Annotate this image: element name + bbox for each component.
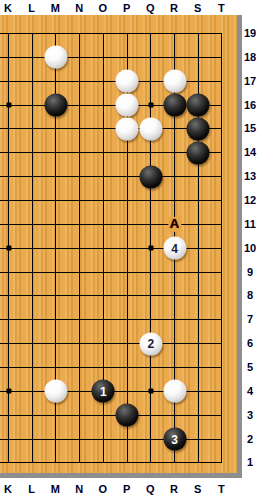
row-label-right-7: 7	[247, 314, 253, 325]
row-label-right-12: 12	[244, 195, 256, 206]
grid-hline-5	[0, 367, 222, 368]
black-stone-O4: 1	[92, 380, 115, 403]
column-label-bottom-K: K	[4, 484, 12, 495]
row-label-right-1: 1	[247, 457, 253, 468]
grid-hline-8	[0, 295, 222, 296]
white-stone-P16	[116, 94, 139, 117]
black-stone-S14	[187, 141, 210, 164]
column-label-bottom-L: L	[28, 484, 35, 495]
black-stone-P3	[116, 404, 139, 427]
star-point-Q10	[148, 246, 153, 251]
column-label-top-O: O	[99, 2, 108, 13]
grid-hline-10	[0, 248, 222, 249]
row-label-right-11: 11	[244, 218, 256, 229]
annotation-A-R11: A	[168, 217, 181, 231]
white-stone-R10: 4	[163, 237, 186, 260]
column-label-top-S: S	[194, 2, 201, 13]
column-label-bottom-Q: Q	[146, 484, 155, 495]
column-label-bottom-T: T	[218, 484, 225, 495]
column-label-top-M: M	[51, 2, 60, 13]
grid-hline-18	[0, 57, 222, 58]
white-stone-R4	[163, 380, 186, 403]
column-label-top-N: N	[75, 2, 83, 13]
row-label-right-4: 4	[247, 385, 253, 396]
column-label-bottom-O: O	[99, 484, 108, 495]
white-stone-M4	[44, 380, 67, 403]
row-label-right-2: 2	[247, 433, 253, 444]
grid-hline-9	[0, 272, 222, 273]
black-stone-Q13	[139, 165, 162, 188]
white-stone-R17	[163, 70, 186, 93]
grid-hline-7	[0, 319, 222, 320]
row-label-right-13: 13	[244, 171, 256, 182]
row-label-right-18: 18	[244, 51, 256, 62]
white-stone-P17	[116, 70, 139, 93]
star-point-K10	[6, 246, 11, 251]
black-stone-S16	[187, 94, 210, 117]
row-label-right-16: 16	[244, 99, 256, 110]
grid-hline-6	[0, 343, 222, 344]
row-label-right-8: 8	[247, 290, 253, 301]
go-board[interactable]: 4213 A	[0, 15, 237, 473]
row-label-right-6: 6	[247, 338, 253, 349]
column-label-top-R: R	[170, 2, 178, 13]
column-label-bottom-S: S	[194, 484, 201, 495]
board-shadow-bottom	[0, 473, 242, 478]
black-stone-S15	[187, 117, 210, 140]
white-stone-Q15	[139, 117, 162, 140]
star-point-K16	[6, 103, 11, 108]
board-shadow-right	[237, 15, 242, 478]
column-label-top-T: T	[218, 2, 225, 13]
row-label-right-9: 9	[247, 266, 253, 277]
go-diagram: KLMNOPQRST 4213 A 1918171615141312111098…	[0, 0, 260, 500]
column-label-bottom-P: P	[123, 484, 130, 495]
column-label-top-L: L	[28, 2, 35, 13]
grid-hline-17	[0, 81, 222, 82]
grid-hline-2	[0, 439, 222, 440]
black-stone-R16	[163, 94, 186, 117]
column-label-bottom-M: M	[51, 484, 60, 495]
row-label-right-19: 19	[244, 28, 256, 39]
row-label-right-10: 10	[244, 242, 256, 253]
star-point-Q16	[148, 103, 153, 108]
column-label-top-Q: Q	[146, 2, 155, 13]
grid-hline-13	[0, 176, 222, 177]
black-stone-R2: 3	[163, 428, 186, 451]
row-label-right-14: 14	[244, 147, 256, 158]
column-label-top-K: K	[4, 2, 12, 13]
grid-hline-3	[0, 415, 222, 416]
white-stone-P15	[116, 117, 139, 140]
star-point-K4	[6, 389, 11, 394]
grid-hline-19	[0, 33, 222, 34]
row-label-right-17: 17	[244, 75, 256, 86]
column-label-bottom-R: R	[170, 484, 178, 495]
grid-hline-11	[0, 224, 222, 225]
row-label-right-5: 5	[247, 362, 253, 373]
grid-hline-1	[0, 462, 222, 463]
column-label-top-P: P	[123, 2, 130, 13]
row-label-right-15: 15	[244, 123, 256, 134]
star-point-Q4	[148, 389, 153, 394]
white-stone-M18	[44, 46, 67, 69]
row-label-right-3: 3	[247, 409, 253, 420]
column-label-bottom-N: N	[75, 484, 83, 495]
grid-hline-12	[0, 200, 222, 201]
black-stone-M16	[44, 94, 67, 117]
white-stone-Q6: 2	[139, 332, 162, 355]
